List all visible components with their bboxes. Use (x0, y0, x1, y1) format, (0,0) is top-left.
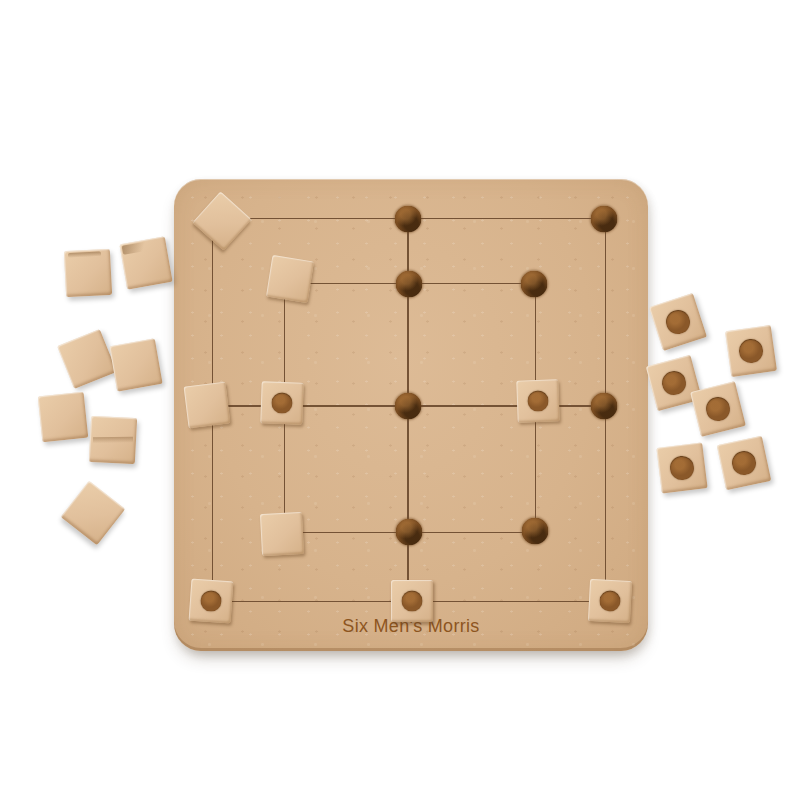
point-inner-s[interactable] (396, 519, 423, 546)
tile-dot-mark (659, 368, 688, 397)
tile-inner-e[interactable] (516, 379, 559, 422)
tile-outer-se[interactable] (588, 579, 632, 623)
reserve-plain-tile-5[interactable] (38, 392, 89, 443)
reserve-plain-tile-7[interactable] (61, 481, 126, 546)
point-inner-se[interactable] (522, 518, 549, 545)
reserve-plain-tile-2[interactable] (119, 236, 172, 289)
point-inner-n[interactable] (396, 271, 423, 298)
tile-dot-mark (663, 307, 693, 337)
tile-inner-sw[interactable] (260, 512, 304, 556)
tile-dot-mark (703, 394, 732, 423)
point-center[interactable] (395, 393, 422, 420)
reserve-dotted-tile-4[interactable] (690, 381, 746, 437)
reserve-plain-tile-6[interactable] (89, 416, 137, 464)
tile-dot-mark (599, 590, 621, 612)
reserve-plain-tile-3[interactable] (57, 329, 117, 389)
tile-inner-nw[interactable] (266, 255, 314, 303)
scene: Six Men's Morris (0, 0, 800, 800)
tile-dot-mark (737, 337, 764, 364)
tile-dot-mark (271, 392, 293, 414)
point-outer-ne[interactable] (591, 206, 618, 233)
tile-inner-w[interactable] (260, 381, 303, 424)
tile-outer-sw[interactable] (189, 579, 234, 624)
tile-dot-mark (730, 449, 758, 477)
reserve-dotted-tile-6[interactable] (717, 436, 772, 491)
point-outer-n[interactable] (395, 206, 422, 233)
tile-outer-w[interactable] (184, 382, 231, 429)
tile-dot-mark (527, 390, 549, 412)
reserve-plain-tile-4[interactable] (109, 338, 162, 391)
point-outer-e[interactable] (591, 393, 618, 420)
point-inner-ne[interactable] (521, 271, 548, 298)
tile-dot-mark (402, 591, 423, 612)
tile-outer-s[interactable] (391, 580, 433, 622)
tile-dot-mark (200, 590, 222, 612)
reserve-dotted-tile-2[interactable] (725, 325, 777, 377)
reserve-dotted-tile-5[interactable] (656, 442, 707, 493)
reserve-dotted-tile-1[interactable] (649, 293, 707, 351)
tile-dot-mark (669, 455, 696, 482)
board: Six Men's Morris (174, 179, 648, 651)
reserve-plain-tile-1[interactable] (64, 249, 112, 297)
